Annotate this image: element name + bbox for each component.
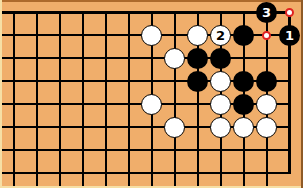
go-board: 321 — [0, 0, 303, 188]
black-stone — [187, 48, 208, 69]
grid-line-h — [2, 57, 291, 59]
black-stone — [233, 25, 254, 46]
circle-marker — [285, 8, 294, 17]
move-number-label: 1 — [285, 29, 294, 42]
white-stone — [233, 117, 254, 138]
black-stone — [256, 71, 277, 92]
circle-marker — [262, 31, 271, 40]
grid-line-h — [2, 172, 291, 174]
white-stone — [164, 117, 185, 138]
white-stone — [210, 71, 231, 92]
grid-line-v — [105, 11, 107, 187]
black-stone — [233, 94, 254, 115]
black-stone: 3 — [256, 2, 277, 23]
board-edge-line-top — [2, 11, 291, 14]
white-stone — [141, 25, 162, 46]
move-number-label: 2 — [216, 29, 225, 42]
board-frame-top — [0, 0, 303, 2]
white-stone — [210, 117, 231, 138]
grid-line-v — [128, 11, 130, 187]
black-stone — [187, 71, 208, 92]
grid-line-v — [13, 11, 15, 187]
grid-line-v — [59, 11, 61, 187]
board-frame-bottom — [0, 186, 303, 188]
white-stone — [164, 48, 185, 69]
white-stone: 2 — [210, 25, 231, 46]
white-stone — [187, 25, 208, 46]
board-frame-right — [301, 0, 303, 188]
black-stone: 1 — [279, 25, 300, 46]
grid-line-v — [36, 11, 38, 187]
board-frame-left — [0, 0, 2, 188]
black-stone — [210, 48, 231, 69]
grid-line-v — [82, 11, 84, 187]
white-stone — [256, 117, 277, 138]
white-stone — [141, 94, 162, 115]
move-number-label: 3 — [262, 6, 271, 19]
white-stone — [256, 94, 277, 115]
white-stone — [210, 94, 231, 115]
black-stone — [233, 71, 254, 92]
grid-line-h — [2, 149, 291, 151]
grid-line-v — [174, 11, 176, 187]
